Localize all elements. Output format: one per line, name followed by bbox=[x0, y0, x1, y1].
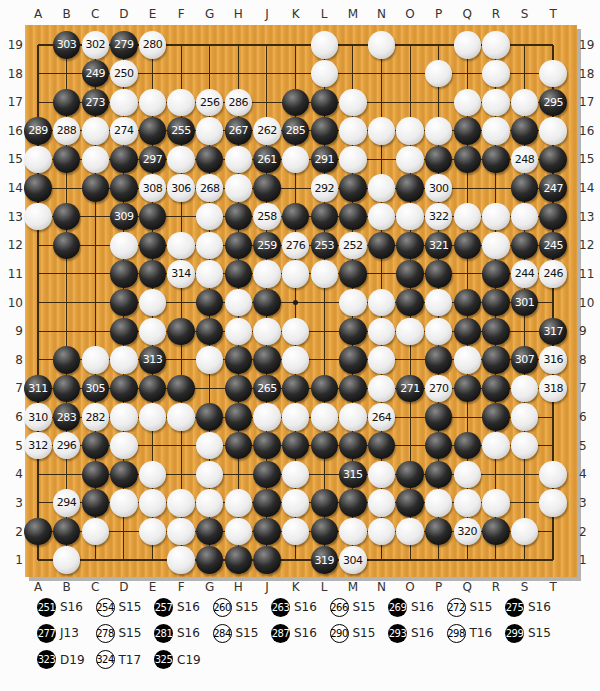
stone-J9 bbox=[253, 318, 280, 345]
stone-M16 bbox=[339, 117, 366, 144]
stone-S17 bbox=[511, 89, 538, 116]
move-number: 271 bbox=[400, 383, 420, 394]
stone-R15 bbox=[482, 146, 509, 173]
caption-entry: 325C19 bbox=[154, 647, 213, 673]
caption-entry: 290S15 bbox=[330, 620, 389, 646]
move-number: 312 bbox=[28, 440, 48, 451]
column-label: K bbox=[286, 6, 306, 22]
stone-D16: 274 bbox=[110, 117, 137, 144]
stone-O10 bbox=[396, 289, 423, 316]
stone-D19: 279 bbox=[110, 31, 137, 58]
row-label: 19 bbox=[579, 37, 600, 53]
stone-C16 bbox=[82, 117, 109, 144]
stone-K17 bbox=[282, 89, 309, 116]
stone-N14 bbox=[368, 174, 395, 201]
stone-C5 bbox=[82, 432, 109, 459]
move-number: 270 bbox=[429, 383, 449, 394]
stone-J1 bbox=[253, 546, 280, 573]
row-label: 10 bbox=[1, 295, 23, 311]
stone-M8 bbox=[339, 346, 366, 373]
stone-F11: 314 bbox=[167, 260, 194, 287]
stone-R3 bbox=[482, 489, 509, 516]
column-label: O bbox=[400, 579, 420, 595]
stone-B1 bbox=[53, 546, 80, 573]
stone-H15 bbox=[225, 146, 252, 173]
stone-Q16 bbox=[454, 117, 481, 144]
stone-T11: 246 bbox=[539, 260, 566, 287]
stone-G14: 268 bbox=[196, 174, 223, 201]
move-number: 292 bbox=[314, 183, 334, 194]
caption-entry: 299S15 bbox=[505, 620, 564, 646]
move-number: 296 bbox=[57, 440, 77, 451]
move-number: 308 bbox=[143, 183, 163, 194]
stone-D3 bbox=[110, 489, 137, 516]
column-label: E bbox=[142, 579, 162, 595]
stone-J5 bbox=[253, 432, 280, 459]
caption-move-disc: 254 bbox=[96, 598, 115, 617]
stone-G1 bbox=[196, 546, 223, 573]
stone-L7 bbox=[311, 375, 338, 402]
stone-S8: 307 bbox=[511, 346, 538, 373]
column-label: E bbox=[142, 6, 162, 22]
stone-Q19 bbox=[454, 31, 481, 58]
stone-H11 bbox=[225, 260, 252, 287]
stone-R7 bbox=[482, 375, 509, 402]
stone-J6 bbox=[253, 403, 280, 430]
stone-C14 bbox=[82, 174, 109, 201]
stone-G3 bbox=[196, 489, 223, 516]
stone-K4 bbox=[282, 461, 309, 488]
stone-D11 bbox=[110, 260, 137, 287]
column-label: S bbox=[515, 579, 535, 595]
move-number: 315 bbox=[343, 469, 363, 480]
stone-E9 bbox=[139, 318, 166, 345]
stone-C7: 305 bbox=[82, 375, 109, 402]
caption-move-point: S16 bbox=[177, 600, 200, 614]
row-label: 9 bbox=[1, 323, 23, 339]
move-number: 282 bbox=[85, 412, 105, 423]
row-label: 13 bbox=[579, 209, 600, 225]
stone-L11 bbox=[311, 260, 338, 287]
stone-C2 bbox=[82, 518, 109, 545]
stone-C19: 302 bbox=[82, 31, 109, 58]
column-label: F bbox=[171, 6, 191, 22]
move-number: 288 bbox=[57, 125, 77, 136]
caption-move-point: C19 bbox=[177, 653, 201, 667]
move-number: 285 bbox=[286, 125, 306, 136]
stone-H7 bbox=[225, 375, 252, 402]
caption-entry: 257S16 bbox=[154, 594, 213, 620]
stone-D13: 309 bbox=[110, 203, 137, 230]
column-label: N bbox=[371, 579, 391, 595]
move-number: 276 bbox=[286, 240, 306, 251]
caption-move-disc: 278 bbox=[96, 624, 115, 643]
move-number: 252 bbox=[343, 240, 363, 251]
column-label: D bbox=[114, 6, 134, 22]
stone-G6 bbox=[196, 403, 223, 430]
stone-G9 bbox=[196, 318, 223, 345]
stone-O12 bbox=[396, 232, 423, 259]
stone-T9: 317 bbox=[539, 318, 566, 345]
caption-entry: 260S15 bbox=[213, 594, 272, 620]
row-label: 8 bbox=[579, 352, 600, 368]
stone-D15 bbox=[110, 146, 137, 173]
caption-entry: 275S16 bbox=[505, 594, 564, 620]
row-label: 6 bbox=[1, 409, 23, 425]
stone-C15 bbox=[82, 146, 109, 173]
stone-D7 bbox=[110, 375, 137, 402]
caption-move-point: S16 bbox=[528, 600, 551, 614]
column-label: T bbox=[543, 579, 563, 595]
stone-N12 bbox=[368, 232, 395, 259]
stone-P14: 300 bbox=[425, 174, 452, 201]
column-label: B bbox=[57, 579, 77, 595]
column-label: Q bbox=[457, 579, 477, 595]
board-grid-hline bbox=[38, 559, 553, 561]
stone-J12: 259 bbox=[253, 232, 280, 259]
stone-S14 bbox=[511, 174, 538, 201]
caption-move-disc: 323 bbox=[37, 650, 56, 669]
move-number: 303 bbox=[57, 39, 77, 50]
stone-H8 bbox=[225, 346, 252, 373]
stone-B17 bbox=[53, 89, 80, 116]
stone-F12 bbox=[167, 232, 194, 259]
caption-move-point: T16 bbox=[470, 626, 493, 640]
row-label: 18 bbox=[579, 66, 600, 82]
stone-J10 bbox=[253, 289, 280, 316]
stone-T15 bbox=[539, 146, 566, 173]
move-number: 305 bbox=[85, 383, 105, 394]
stone-Q12 bbox=[454, 232, 481, 259]
move-number: 247 bbox=[543, 183, 563, 194]
caption-entry: 281S16 bbox=[154, 620, 213, 646]
caption-move-disc: 277 bbox=[37, 624, 56, 643]
move-number: 255 bbox=[171, 125, 191, 136]
row-label: 1 bbox=[579, 552, 600, 568]
stone-A6: 310 bbox=[24, 403, 51, 430]
move-number: 264 bbox=[372, 412, 392, 423]
stone-H10 bbox=[225, 289, 252, 316]
stone-J14 bbox=[253, 174, 280, 201]
stone-H17: 286 bbox=[225, 89, 252, 116]
row-label: 7 bbox=[579, 380, 600, 396]
stone-L12: 253 bbox=[311, 232, 338, 259]
stone-N4 bbox=[368, 461, 395, 488]
row-label: 5 bbox=[1, 438, 23, 454]
column-label: R bbox=[486, 6, 506, 22]
stone-D8 bbox=[110, 346, 137, 373]
stone-M6 bbox=[339, 403, 366, 430]
stone-E16 bbox=[139, 117, 166, 144]
stone-E12 bbox=[139, 232, 166, 259]
row-label: 19 bbox=[1, 37, 23, 53]
stone-K12: 276 bbox=[282, 232, 309, 259]
column-label: S bbox=[515, 6, 535, 22]
caption-move-point: S15 bbox=[353, 626, 376, 640]
move-number: 283 bbox=[57, 412, 77, 423]
stone-N3 bbox=[368, 489, 395, 516]
stone-T17: 295 bbox=[539, 89, 566, 116]
row-label: 9 bbox=[579, 323, 600, 339]
caption-move-disc: 299 bbox=[505, 624, 524, 643]
row-label: 10 bbox=[579, 295, 600, 311]
stone-M12: 252 bbox=[339, 232, 366, 259]
move-number: 267 bbox=[229, 125, 249, 136]
stone-L5 bbox=[311, 432, 338, 459]
row-label: 14 bbox=[579, 180, 600, 196]
stone-J13: 258 bbox=[253, 203, 280, 230]
stone-H1 bbox=[225, 546, 252, 573]
stone-M15 bbox=[339, 146, 366, 173]
move-number: 262 bbox=[257, 125, 277, 136]
row-label: 18 bbox=[1, 66, 23, 82]
caption-move-disc: 275 bbox=[505, 598, 524, 617]
move-number: 279 bbox=[114, 39, 134, 50]
stone-S16 bbox=[511, 117, 538, 144]
move-number: 289 bbox=[28, 125, 48, 136]
stone-D10 bbox=[110, 289, 137, 316]
stone-L19 bbox=[311, 31, 338, 58]
stone-R13 bbox=[482, 203, 509, 230]
caption-move-disc: 325 bbox=[154, 650, 173, 669]
stone-L13 bbox=[311, 203, 338, 230]
column-label: H bbox=[228, 6, 248, 22]
stone-Q8 bbox=[454, 346, 481, 373]
stone-O16 bbox=[396, 117, 423, 144]
move-number: 265 bbox=[257, 383, 277, 394]
stone-K9 bbox=[282, 318, 309, 345]
move-number: 280 bbox=[143, 39, 163, 50]
stone-M3 bbox=[339, 489, 366, 516]
move-number: 317 bbox=[543, 326, 563, 337]
stone-N8 bbox=[368, 346, 395, 373]
stone-O11 bbox=[396, 260, 423, 287]
stone-P6 bbox=[425, 403, 452, 430]
move-number: 248 bbox=[515, 154, 535, 165]
column-label: Q bbox=[457, 6, 477, 22]
stone-Q2: 320 bbox=[454, 518, 481, 545]
stone-N16 bbox=[368, 117, 395, 144]
stone-H14 bbox=[225, 174, 252, 201]
stone-L14: 292 bbox=[311, 174, 338, 201]
caption-move-disc: 263 bbox=[271, 598, 290, 617]
move-number: 301 bbox=[515, 297, 535, 308]
column-label: L bbox=[314, 579, 334, 595]
caption-entry: 298T16 bbox=[447, 620, 506, 646]
stone-D17 bbox=[110, 89, 137, 116]
stone-F1 bbox=[167, 546, 194, 573]
stone-B6: 283 bbox=[53, 403, 80, 430]
stone-C17: 273 bbox=[82, 89, 109, 116]
stone-Q3 bbox=[454, 489, 481, 516]
stone-G16 bbox=[196, 117, 223, 144]
move-number: 302 bbox=[85, 39, 105, 50]
stone-H6 bbox=[225, 403, 252, 430]
column-label: B bbox=[57, 6, 77, 22]
stone-E6 bbox=[139, 403, 166, 430]
stone-K6 bbox=[282, 403, 309, 430]
stone-M9 bbox=[339, 318, 366, 345]
stone-H3 bbox=[225, 489, 252, 516]
row-label: 4 bbox=[579, 466, 600, 482]
stone-E3 bbox=[139, 489, 166, 516]
caption-move-point: S15 bbox=[119, 626, 142, 640]
row-label: 16 bbox=[1, 123, 23, 139]
move-number: 268 bbox=[200, 183, 220, 194]
column-label: F bbox=[171, 579, 191, 595]
stone-E8: 313 bbox=[139, 346, 166, 373]
stone-M11 bbox=[339, 260, 366, 287]
stone-Q10 bbox=[454, 289, 481, 316]
caption-move-point: S16 bbox=[177, 626, 200, 640]
move-number: 246 bbox=[543, 268, 563, 279]
stone-F7 bbox=[167, 375, 194, 402]
stone-M1: 304 bbox=[339, 546, 366, 573]
stone-S12 bbox=[511, 232, 538, 259]
row-label: 5 bbox=[579, 438, 600, 454]
stone-L17 bbox=[311, 89, 338, 116]
move-number: 314 bbox=[171, 268, 191, 279]
move-number: 295 bbox=[543, 97, 563, 108]
stone-P9 bbox=[425, 318, 452, 345]
row-label: 7 bbox=[1, 380, 23, 396]
stone-A14 bbox=[24, 174, 51, 201]
stone-R19 bbox=[482, 31, 509, 58]
caption-move-disc: 293 bbox=[388, 624, 407, 643]
stone-J11 bbox=[253, 260, 280, 287]
stone-H16: 267 bbox=[225, 117, 252, 144]
row-label: 12 bbox=[579, 237, 600, 253]
stone-L1: 319 bbox=[311, 546, 338, 573]
stone-M5 bbox=[339, 432, 366, 459]
caption-move-point: S16 bbox=[294, 600, 317, 614]
column-label: A bbox=[28, 6, 48, 22]
caption-entry: 263S16 bbox=[271, 594, 330, 620]
stone-G8 bbox=[196, 346, 223, 373]
caption-entry: 293S16 bbox=[388, 620, 447, 646]
caption-move-point: S16 bbox=[411, 626, 434, 640]
caption-move-point: S16 bbox=[294, 626, 317, 640]
stone-R16 bbox=[482, 117, 509, 144]
stone-H12 bbox=[225, 232, 252, 259]
stone-L6 bbox=[311, 403, 338, 430]
caption-move-disc: 298 bbox=[447, 624, 466, 643]
move-number: 286 bbox=[229, 97, 249, 108]
row-label: 17 bbox=[1, 94, 23, 110]
stone-L3 bbox=[311, 489, 338, 516]
move-number: 321 bbox=[429, 240, 449, 251]
stone-M13 bbox=[339, 203, 366, 230]
move-number: 250 bbox=[114, 68, 134, 79]
move-number: 261 bbox=[257, 154, 277, 165]
stone-M14 bbox=[339, 174, 366, 201]
column-label: P bbox=[429, 579, 449, 595]
column-label: J bbox=[257, 6, 277, 22]
stone-C8 bbox=[82, 346, 109, 373]
stone-D12 bbox=[110, 232, 137, 259]
row-label: 3 bbox=[579, 495, 600, 511]
row-label: 17 bbox=[579, 94, 600, 110]
stone-F2 bbox=[167, 518, 194, 545]
row-label: 16 bbox=[579, 123, 600, 139]
caption-entry: 278S15 bbox=[96, 620, 155, 646]
move-number: 316 bbox=[543, 354, 563, 365]
stone-R2 bbox=[482, 518, 509, 545]
caption-move-disc: 251 bbox=[37, 598, 56, 617]
move-number: 274 bbox=[114, 125, 134, 136]
stone-R11 bbox=[482, 260, 509, 287]
stone-T13 bbox=[539, 203, 566, 230]
stone-E11 bbox=[139, 260, 166, 287]
row-label: 8 bbox=[1, 352, 23, 368]
column-label: N bbox=[371, 6, 391, 22]
move-number: 304 bbox=[343, 555, 363, 566]
stone-T18 bbox=[539, 60, 566, 87]
caption-move-point: J13 bbox=[60, 626, 79, 640]
column-label: M bbox=[343, 579, 363, 595]
stone-O14 bbox=[396, 174, 423, 201]
stone-L15: 291 bbox=[311, 146, 338, 173]
column-label: T bbox=[543, 6, 563, 22]
row-label: 2 bbox=[1, 524, 23, 540]
stone-C3 bbox=[82, 489, 109, 516]
stone-P8 bbox=[425, 346, 452, 373]
stone-S6 bbox=[511, 403, 538, 430]
column-label: A bbox=[28, 579, 48, 595]
stone-Q9 bbox=[454, 318, 481, 345]
row-label: 12 bbox=[1, 237, 23, 253]
column-label: H bbox=[228, 579, 248, 595]
stone-K11 bbox=[282, 260, 309, 287]
stone-R8 bbox=[482, 346, 509, 373]
column-label: K bbox=[286, 579, 306, 595]
stone-F3 bbox=[167, 489, 194, 516]
caption-move-point: S15 bbox=[528, 626, 551, 640]
row-label: 15 bbox=[579, 151, 600, 167]
stone-J8 bbox=[253, 346, 280, 373]
stone-J15: 261 bbox=[253, 146, 280, 173]
move-number: 318 bbox=[543, 383, 563, 394]
stone-Q17 bbox=[454, 89, 481, 116]
stone-B8 bbox=[53, 346, 80, 373]
stone-P11 bbox=[425, 260, 452, 287]
stone-N9 bbox=[368, 318, 395, 345]
caption-move-disc: 257 bbox=[154, 598, 173, 617]
row-label: 4 bbox=[1, 466, 23, 482]
column-label: C bbox=[85, 579, 105, 595]
stone-E19: 280 bbox=[139, 31, 166, 58]
stone-J3 bbox=[253, 489, 280, 516]
stone-O9 bbox=[396, 318, 423, 345]
move-number: 297 bbox=[143, 154, 163, 165]
stone-R9 bbox=[482, 318, 509, 345]
move-number: 306 bbox=[171, 183, 191, 194]
stone-T12: 245 bbox=[539, 232, 566, 259]
column-label: C bbox=[85, 6, 105, 22]
stone-F15 bbox=[167, 146, 194, 173]
move-number: 300 bbox=[429, 183, 449, 194]
stone-J2 bbox=[253, 518, 280, 545]
stone-L2 bbox=[311, 518, 338, 545]
stone-O13 bbox=[396, 203, 423, 230]
caption-move-point: T17 bbox=[119, 653, 142, 667]
stone-B19: 303 bbox=[53, 31, 80, 58]
caption-move-point: S15 bbox=[236, 600, 259, 614]
caption-entry: 284S15 bbox=[213, 620, 272, 646]
move-number: 313 bbox=[143, 354, 163, 365]
row-label: 11 bbox=[1, 266, 23, 282]
stone-T8: 316 bbox=[539, 346, 566, 373]
